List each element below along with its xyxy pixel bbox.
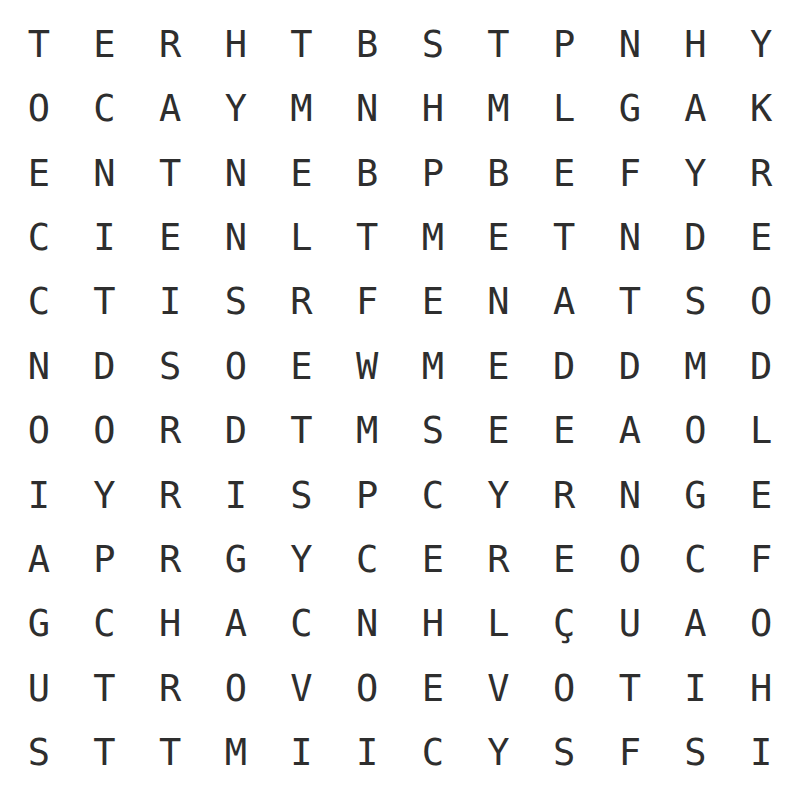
grid-cell-r9c11[interactable]: C (663, 527, 729, 591)
grid-cell-r7c6[interactable]: M (334, 398, 400, 462)
grid-cell-r5c7[interactable]: E (400, 270, 466, 334)
grid-cell-r3c3[interactable]: T (137, 141, 203, 205)
grid-cell-r8c12[interactable]: E (728, 463, 794, 527)
word-search-board: TERHTBSTPNHYOCAYMNHMLGAKENTNEBPBEFYRCIEN… (0, 0, 800, 797)
grid-cell-r9c2[interactable]: P (72, 527, 138, 591)
grid-cell-r1c7[interactable]: S (400, 12, 466, 76)
grid-cell-r5c4[interactable]: S (203, 270, 269, 334)
grid-cell-r6c7[interactable]: M (400, 334, 466, 398)
grid-cell-r12c6[interactable]: I (334, 721, 400, 785)
grid-cell-r7c12[interactable]: L (728, 398, 794, 462)
grid-cell-r6c6[interactable]: W (334, 334, 400, 398)
grid-cell-r5c3[interactable]: I (137, 270, 203, 334)
grid-cell-r11c10[interactable]: T (597, 656, 663, 720)
grid-cell-r3c4[interactable]: N (203, 141, 269, 205)
grid-cell-r4c4[interactable]: N (203, 205, 269, 269)
grid-cell-r10c2[interactable]: C (72, 592, 138, 656)
grid-cell-r3c11[interactable]: Y (663, 141, 729, 205)
grid-cell-r2c3[interactable]: A (137, 76, 203, 140)
grid-cell-r3c7[interactable]: P (400, 141, 466, 205)
grid-cell-r12c9[interactable]: S (531, 721, 597, 785)
grid-cell-r6c1[interactable]: N (6, 334, 72, 398)
grid-cell-r10c3[interactable]: H (137, 592, 203, 656)
grid-cell-r2c6[interactable]: N (334, 76, 400, 140)
grid-cell-r11c5[interactable]: V (269, 656, 335, 720)
grid-cell-r7c8[interactable]: E (466, 398, 532, 462)
grid-cell-r12c7[interactable]: C (400, 721, 466, 785)
grid-cell-r8c7[interactable]: C (400, 463, 466, 527)
grid-cell-r9c9[interactable]: E (531, 527, 597, 591)
grid-cell-r7c4[interactable]: D (203, 398, 269, 462)
grid-cell-r4c12[interactable]: E (728, 205, 794, 269)
grid-cell-r9c6[interactable]: C (334, 527, 400, 591)
grid-cell-r9c3[interactable]: R (137, 527, 203, 591)
grid-cell-r11c7[interactable]: E (400, 656, 466, 720)
grid-cell-r5c12[interactable]: O (728, 270, 794, 334)
grid-cell-r10c1[interactable]: G (6, 592, 72, 656)
grid-cell-r6c3[interactable]: S (137, 334, 203, 398)
grid-cell-r10c4[interactable]: A (203, 592, 269, 656)
grid-cell-r2c10[interactable]: G (597, 76, 663, 140)
grid-cell-r4c3[interactable]: E (137, 205, 203, 269)
grid-cell-r11c4[interactable]: O (203, 656, 269, 720)
grid-cell-r10c6[interactable]: N (334, 592, 400, 656)
grid-cell-r1c12[interactable]: Y (728, 12, 794, 76)
grid-cell-r9c8[interactable]: R (466, 527, 532, 591)
grid-cell-r9c7[interactable]: E (400, 527, 466, 591)
grid-cell-r8c2[interactable]: Y (72, 463, 138, 527)
grid-cell-r7c10[interactable]: A (597, 398, 663, 462)
grid-cell-r4c6[interactable]: T (334, 205, 400, 269)
grid-cell-r8c5[interactable]: S (269, 463, 335, 527)
grid-cell-r9c4[interactable]: G (203, 527, 269, 591)
grid-cell-r6c2[interactable]: D (72, 334, 138, 398)
grid-cell-r7c2[interactable]: O (72, 398, 138, 462)
grid-cell-r2c9[interactable]: L (531, 76, 597, 140)
grid-cell-r2c11[interactable]: A (663, 76, 729, 140)
grid-cell-r2c4[interactable]: Y (203, 76, 269, 140)
grid-cell-r10c10[interactable]: U (597, 592, 663, 656)
grid-cell-r9c10[interactable]: O (597, 527, 663, 591)
grid-cell-r3c6[interactable]: B (334, 141, 400, 205)
grid-cell-r6c9[interactable]: D (531, 334, 597, 398)
grid-cell-r4c2[interactable]: I (72, 205, 138, 269)
grid-cell-r8c9[interactable]: R (531, 463, 597, 527)
grid-cell-r4c10[interactable]: N (597, 205, 663, 269)
grid-cell-r4c11[interactable]: D (663, 205, 729, 269)
grid-cell-r8c1[interactable]: I (6, 463, 72, 527)
grid-cell-r5c2[interactable]: T (72, 270, 138, 334)
grid-cell-r10c11[interactable]: A (663, 592, 729, 656)
grid-cell-r3c8[interactable]: B (466, 141, 532, 205)
grid-cell-r7c7[interactable]: S (400, 398, 466, 462)
grid-cell-r12c4[interactable]: M (203, 721, 269, 785)
grid-cell-r6c5[interactable]: E (269, 334, 335, 398)
grid-cell-r7c9[interactable]: E (531, 398, 597, 462)
grid-cell-r6c10[interactable]: D (597, 334, 663, 398)
grid-cell-r1c3[interactable]: R (137, 12, 203, 76)
grid-cell-r5c8[interactable]: N (466, 270, 532, 334)
grid-cell-r1c9[interactable]: P (531, 12, 597, 76)
grid-cell-r7c1[interactable]: O (6, 398, 72, 462)
grid-cell-r8c6[interactable]: P (334, 463, 400, 527)
grid-cell-r3c1[interactable]: E (6, 141, 72, 205)
grid-cell-r12c1[interactable]: S (6, 721, 72, 785)
grid-cell-r11c2[interactable]: T (72, 656, 138, 720)
grid-cell-r1c6[interactable]: B (334, 12, 400, 76)
grid-cell-r11c1[interactable]: U (6, 656, 72, 720)
grid-cell-r3c9[interactable]: E (531, 141, 597, 205)
grid-cell-r1c8[interactable]: T (466, 12, 532, 76)
grid-cell-r11c9[interactable]: O (531, 656, 597, 720)
grid-cell-r5c9[interactable]: A (531, 270, 597, 334)
grid-cell-r1c1[interactable]: T (6, 12, 72, 76)
grid-cell-r9c12[interactable]: F (728, 527, 794, 591)
grid-cell-r12c3[interactable]: T (137, 721, 203, 785)
grid-cell-r4c1[interactable]: C (6, 205, 72, 269)
grid-cell-r4c5[interactable]: L (269, 205, 335, 269)
grid-cell-r11c12[interactable]: H (728, 656, 794, 720)
grid-cell-r4c7[interactable]: M (400, 205, 466, 269)
grid-cell-r2c2[interactable]: C (72, 76, 138, 140)
grid-cell-r2c12[interactable]: K (728, 76, 794, 140)
grid-cell-r3c10[interactable]: F (597, 141, 663, 205)
grid-cell-r9c5[interactable]: Y (269, 527, 335, 591)
grid-cell-r12c8[interactable]: Y (466, 721, 532, 785)
grid-cell-r10c8[interactable]: L (466, 592, 532, 656)
grid-cell-r8c10[interactable]: N (597, 463, 663, 527)
grid-cell-r3c5[interactable]: E (269, 141, 335, 205)
grid-cell-r7c11[interactable]: O (663, 398, 729, 462)
grid-cell-r8c4[interactable]: I (203, 463, 269, 527)
grid-cell-r1c5[interactable]: T (269, 12, 335, 76)
grid-cell-r8c3[interactable]: R (137, 463, 203, 527)
grid-cell-r3c2[interactable]: N (72, 141, 138, 205)
grid-cell-r3c12[interactable]: R (728, 141, 794, 205)
grid-cell-r9c1[interactable]: A (6, 527, 72, 591)
grid-cell-r10c12[interactable]: O (728, 592, 794, 656)
grid-cell-r12c12[interactable]: I (728, 721, 794, 785)
grid-cell-r10c7[interactable]: H (400, 592, 466, 656)
grid-cell-r2c8[interactable]: M (466, 76, 532, 140)
grid-cell-r12c10[interactable]: F (597, 721, 663, 785)
grid-cell-r6c12[interactable]: D (728, 334, 794, 398)
grid-cell-r5c5[interactable]: R (269, 270, 335, 334)
grid-cell-r1c10[interactable]: N (597, 12, 663, 76)
grid-cell-r8c8[interactable]: Y (466, 463, 532, 527)
grid-cell-r11c6[interactable]: O (334, 656, 400, 720)
grid-cell-r11c3[interactable]: R (137, 656, 203, 720)
grid-cell-r2c1[interactable]: O (6, 76, 72, 140)
grid-cell-r12c2[interactable]: T (72, 721, 138, 785)
grid-cell-r7c3[interactable]: R (137, 398, 203, 462)
grid-cell-r6c8[interactable]: E (466, 334, 532, 398)
grid-cell-r12c5[interactable]: I (269, 721, 335, 785)
grid-cell-r5c10[interactable]: T (597, 270, 663, 334)
grid-cell-r8c11[interactable]: G (663, 463, 729, 527)
grid-cell-r12c11[interactable]: S (663, 721, 729, 785)
grid-cell-r10c5[interactable]: C (269, 592, 335, 656)
grid-cell-r1c11[interactable]: H (663, 12, 729, 76)
grid-cell-r5c6[interactable]: F (334, 270, 400, 334)
grid-cell-r4c8[interactable]: E (466, 205, 532, 269)
grid-cell-r1c4[interactable]: H (203, 12, 269, 76)
grid-cell-r6c4[interactable]: O (203, 334, 269, 398)
grid-cell-r6c11[interactable]: M (663, 334, 729, 398)
grid-cell-r7c5[interactable]: T (269, 398, 335, 462)
grid-cell-r5c11[interactable]: S (663, 270, 729, 334)
grid-cell-r11c8[interactable]: V (466, 656, 532, 720)
grid-cell-r4c9[interactable]: T (531, 205, 597, 269)
grid-cell-r10c9[interactable]: Ç (531, 592, 597, 656)
grid-cell-r1c2[interactable]: E (72, 12, 138, 76)
grid-cell-r2c7[interactable]: H (400, 76, 466, 140)
grid-cell-r11c11[interactable]: I (663, 656, 729, 720)
grid-cell-r2c5[interactable]: M (269, 76, 335, 140)
grid-cell-r5c1[interactable]: C (6, 270, 72, 334)
